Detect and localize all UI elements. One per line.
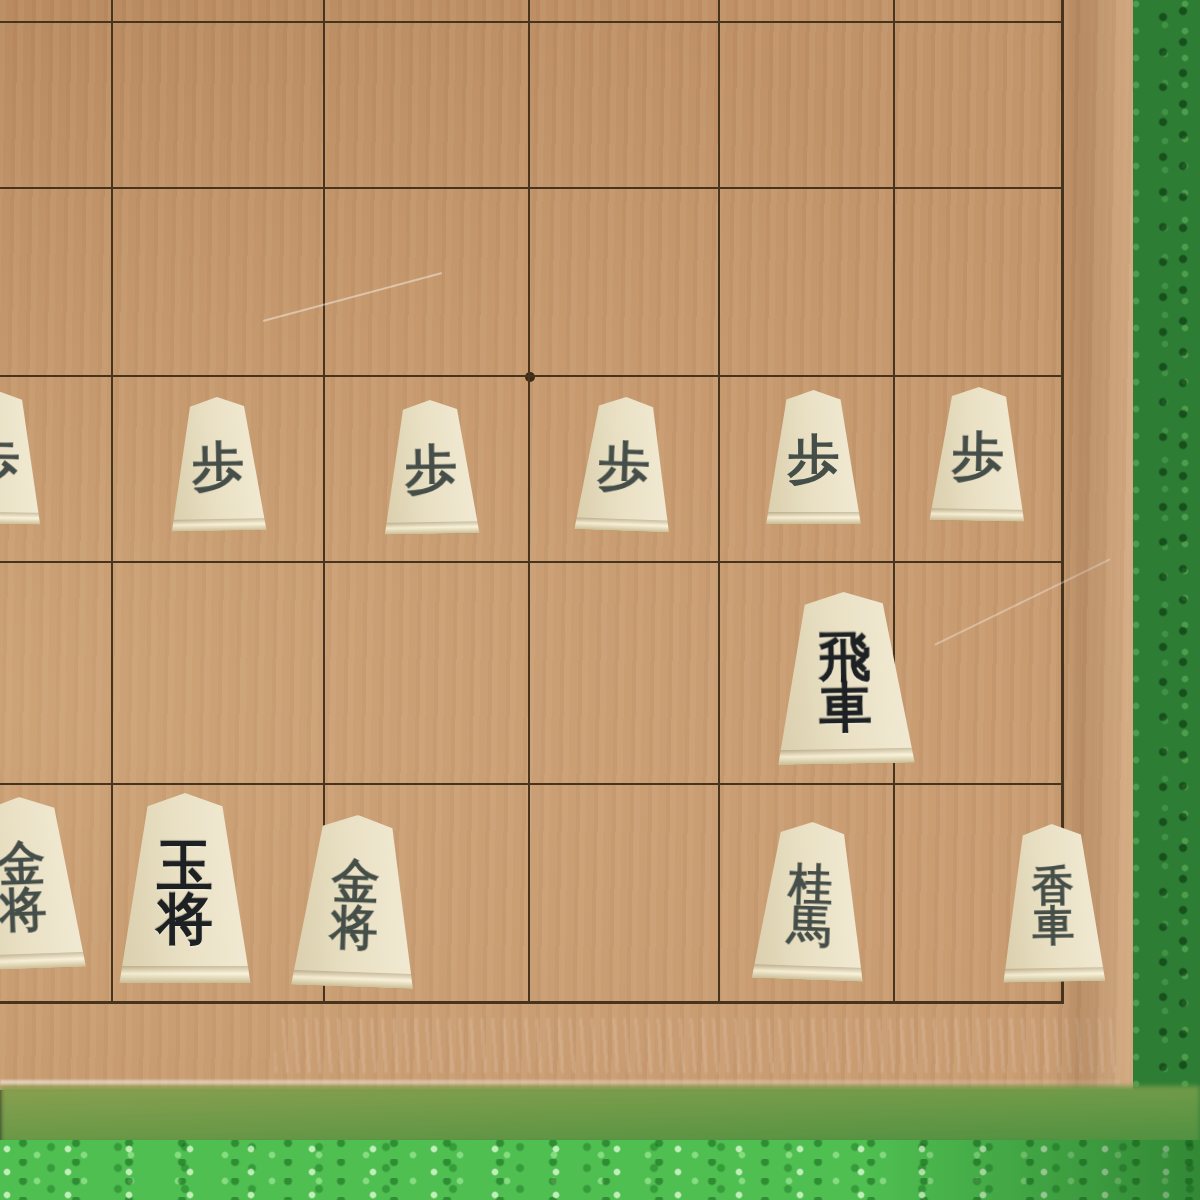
piece-kanji: 桂馬 [786,862,833,947]
square-5-3: 歩 [113,377,325,563]
kanji-char: 馬 [786,904,831,947]
square-3-5 [530,23,720,189]
board-bottom-side-face [0,1086,1200,1144]
square-1-4 [895,189,1061,377]
square-6-6 [0,0,113,23]
square-1-3: 歩 [895,377,1061,563]
piece-kanji: 金将 [329,859,380,952]
square-6-3: 歩 [0,377,113,563]
kanji-char: 飛 [817,632,871,683]
shogi-board: 歩歩歩歩歩歩飛車金将玉将金将桂馬香車 [0,0,1133,1090]
piece-kanji: 金将 [0,841,48,934]
piece-kanji: 玉将 [157,839,213,945]
square-2-2: 飛車 [720,563,895,785]
kanji-char: 歩 [952,432,1005,482]
square-4-2 [325,563,530,785]
piece-kanji: 歩 [404,445,457,495]
piece-kanji: 歩 [192,442,245,492]
square-3-6 [530,0,720,23]
square-6-2 [0,563,113,785]
kanji-char: 歩 [0,435,20,485]
square-3-3: 歩 [530,377,720,563]
square-3-2 [530,563,720,785]
square-1-1: 香車 [895,785,1061,1001]
kanji-char: 将 [329,904,379,951]
piece-kanji: 歩 [788,435,840,484]
piece-kanji: 歩 [597,442,651,493]
piece-pawn-6-3: 歩 [0,389,47,525]
square-2-5 [720,23,895,189]
square-1-6 [895,0,1061,23]
square-5-1: 玉将 [113,785,325,1001]
turf-bottom [0,1140,1200,1200]
square-3-4 [530,189,720,377]
square-1-5 [895,23,1061,189]
square-5-5 [113,23,325,189]
scuff-marks [275,1018,1115,1073]
square-2-4 [720,189,895,377]
piece-lance-1-1: 香車 [996,823,1111,983]
kanji-char: 将 [157,892,213,945]
kanji-char: 車 [1032,906,1075,947]
square-4-4 [325,189,530,377]
kanji-char: 歩 [597,442,651,493]
square-5-4 [113,189,325,377]
square-2-3: 歩 [720,377,895,563]
piece-kanji: 歩 [952,432,1005,482]
board-edge-highlight [0,1080,1120,1085]
piece-kanji: 香車 [1031,866,1074,947]
square-5-2 [113,563,325,785]
square-4-6 [325,0,530,23]
photo-scene: 歩歩歩歩歩歩飛車金将玉将金将桂馬香車 [0,0,1200,1200]
kanji-char: 車 [818,682,872,733]
board-grid: 歩歩歩歩歩歩飛車金将玉将金将桂馬香車 [0,0,1064,1004]
kanji-char: 歩 [192,442,245,492]
piece-pawn-2-3: 歩 [762,390,866,524]
kanji-char: 玉 [157,839,213,892]
piece-knight-2-1: 桂馬 [746,820,873,982]
piece-pawn-1-3: 歩 [925,386,1031,522]
square-6-1: 金将 [0,785,113,1001]
piece-kanji: 歩 [0,435,20,485]
piece-gold-6-1: 金将 [0,795,92,972]
piece-pawn-3-3: 歩 [570,395,679,533]
piece-pawn-4-3: 歩 [377,399,483,535]
square-4-3: 歩 [325,377,530,563]
square-5-6 [113,0,325,23]
square-6-4 [0,189,113,377]
square-4-1: 金将 [325,785,530,1001]
piece-kanji: 飛車 [817,632,872,734]
kanji-char: 歩 [788,435,840,484]
kanji-char: 将 [0,886,48,933]
square-3-1 [530,785,720,1001]
piece-king-5-1: 玉将 [113,793,257,983]
piece-pawn-5-3: 歩 [165,396,271,532]
square-2-1: 桂馬 [720,785,895,1001]
square-2-6 [720,0,895,23]
kanji-char: 歩 [404,445,457,495]
square-4-5 [325,23,530,189]
square-6-5 [0,23,113,189]
